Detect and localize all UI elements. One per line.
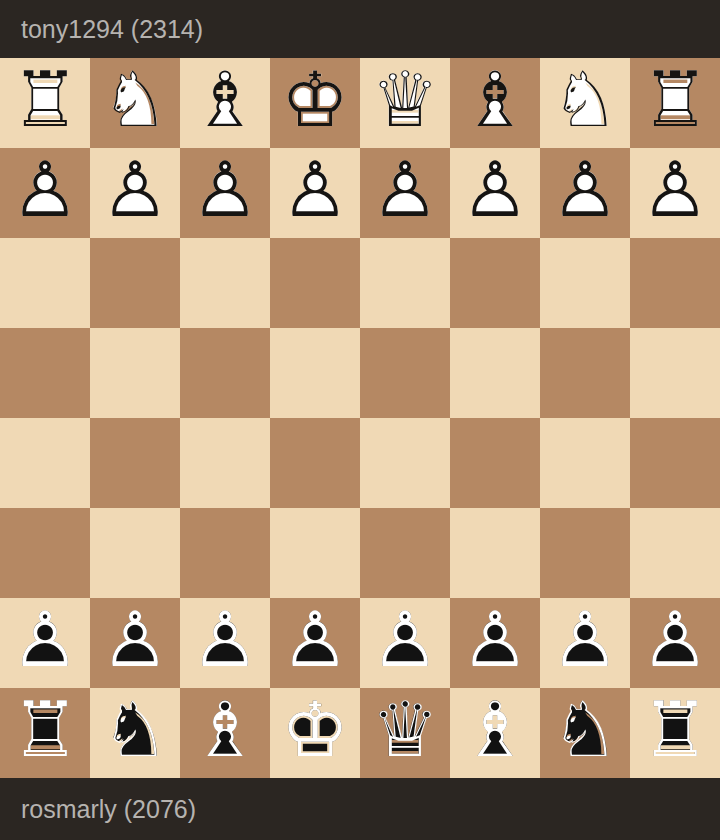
chess-board: ♜♖♞♘♝♗♚♔♛♕♝♗♞♘♜♖♟♙♟♙♟♙♟♙♟♙♟♙♟♙♟♙♟♙♟♙♟♙♟♙… [0,58,720,778]
piece-bP: ♟♙ [630,598,720,688]
square-e4[interactable] [270,328,360,418]
square-e8[interactable]: ♚♔ [270,688,360,778]
piece-bB: ♝♗ [450,688,540,778]
square-g8[interactable]: ♞♘ [90,688,180,778]
piece-wN: ♞♘ [540,58,630,148]
piece-wP: ♟♙ [90,148,180,238]
square-e1[interactable]: ♚♔ [270,58,360,148]
square-e2[interactable]: ♟♙ [270,148,360,238]
square-b5[interactable] [540,418,630,508]
square-h4[interactable] [0,328,90,418]
piece-wP: ♟♙ [0,148,90,238]
square-e5[interactable] [270,418,360,508]
piece-wB: ♝♗ [450,58,540,148]
piece-wP: ♟♙ [360,148,450,238]
square-d3[interactable] [360,238,450,328]
piece-bN: ♞♘ [540,688,630,778]
piece-bN: ♞♘ [90,688,180,778]
square-d6[interactable] [360,508,450,598]
square-a5[interactable] [630,418,720,508]
piece-wK: ♚♔ [270,58,360,148]
piece-wQ: ♛♕ [360,58,450,148]
square-a8[interactable]: ♜♖ [630,688,720,778]
square-d7[interactable]: ♟♙ [360,598,450,688]
square-g4[interactable] [90,328,180,418]
square-h3[interactable] [0,238,90,328]
square-f8[interactable]: ♝♗ [180,688,270,778]
square-f1[interactable]: ♝♗ [180,58,270,148]
square-b2[interactable]: ♟♙ [540,148,630,238]
piece-bP: ♟♙ [360,598,450,688]
square-g1[interactable]: ♞♘ [90,58,180,148]
square-a2[interactable]: ♟♙ [630,148,720,238]
piece-bP: ♟♙ [90,598,180,688]
square-a3[interactable] [630,238,720,328]
top-player-bar: tony1294 (2314) [0,0,720,58]
square-d5[interactable] [360,418,450,508]
piece-bQ: ♛♕ [360,688,450,778]
piece-bR: ♜♖ [630,688,720,778]
square-c5[interactable] [450,418,540,508]
square-h1[interactable]: ♜♖ [0,58,90,148]
square-d4[interactable] [360,328,450,418]
piece-bP: ♟♙ [270,598,360,688]
square-f6[interactable] [180,508,270,598]
square-c6[interactable] [450,508,540,598]
square-d1[interactable]: ♛♕ [360,58,450,148]
square-d8[interactable]: ♛♕ [360,688,450,778]
piece-wB: ♝♗ [180,58,270,148]
piece-wR: ♜♖ [0,58,90,148]
square-c2[interactable]: ♟♙ [450,148,540,238]
piece-wR: ♜♖ [630,58,720,148]
piece-bP: ♟♙ [0,598,90,688]
square-c3[interactable] [450,238,540,328]
square-b7[interactable]: ♟♙ [540,598,630,688]
square-b4[interactable] [540,328,630,418]
piece-wP: ♟♙ [270,148,360,238]
square-c4[interactable] [450,328,540,418]
square-g3[interactable] [90,238,180,328]
square-b3[interactable] [540,238,630,328]
square-f2[interactable]: ♟♙ [180,148,270,238]
piece-bP: ♟♙ [180,598,270,688]
square-h7[interactable]: ♟♙ [0,598,90,688]
square-h2[interactable]: ♟♙ [0,148,90,238]
piece-wP: ♟♙ [180,148,270,238]
square-e7[interactable]: ♟♙ [270,598,360,688]
square-f5[interactable] [180,418,270,508]
square-c1[interactable]: ♝♗ [450,58,540,148]
piece-wP: ♟♙ [450,148,540,238]
square-c7[interactable]: ♟♙ [450,598,540,688]
square-a6[interactable] [630,508,720,598]
piece-bP: ♟♙ [540,598,630,688]
square-g7[interactable]: ♟♙ [90,598,180,688]
square-g5[interactable] [90,418,180,508]
square-b6[interactable] [540,508,630,598]
square-f3[interactable] [180,238,270,328]
bottom-player-bar: rosmarly (2076) [0,778,720,840]
square-f7[interactable]: ♟♙ [180,598,270,688]
square-c8[interactable]: ♝♗ [450,688,540,778]
square-e6[interactable] [270,508,360,598]
square-g2[interactable]: ♟♙ [90,148,180,238]
piece-wN: ♞♘ [90,58,180,148]
square-h6[interactable] [0,508,90,598]
piece-wP: ♟♙ [630,148,720,238]
square-b8[interactable]: ♞♘ [540,688,630,778]
piece-bB: ♝♗ [180,688,270,778]
square-f4[interactable] [180,328,270,418]
piece-wP: ♟♙ [540,148,630,238]
piece-bR: ♜♖ [0,688,90,778]
square-d2[interactable]: ♟♙ [360,148,450,238]
square-h8[interactable]: ♜♖ [0,688,90,778]
piece-bK: ♚♔ [270,688,360,778]
square-h5[interactable] [0,418,90,508]
square-a4[interactable] [630,328,720,418]
piece-bP: ♟♙ [450,598,540,688]
bottom-player-label[interactable]: rosmarly (2076) [21,797,196,822]
square-a7[interactable]: ♟♙ [630,598,720,688]
square-e3[interactable] [270,238,360,328]
top-player-label[interactable]: tony1294 (2314) [21,17,203,42]
square-b1[interactable]: ♞♘ [540,58,630,148]
square-g6[interactable] [90,508,180,598]
square-a1[interactable]: ♜♖ [630,58,720,148]
